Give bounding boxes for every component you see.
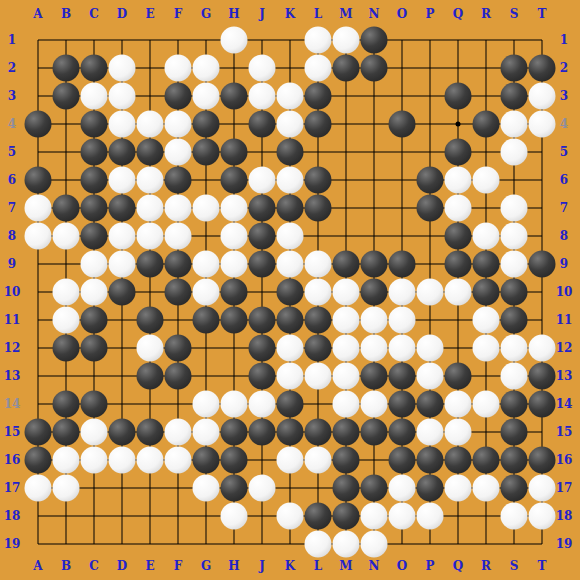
white-stone-D8[interactable] [109, 223, 136, 250]
black-stone-M18[interactable] [333, 503, 360, 530]
white-stone-K8[interactable] [277, 223, 304, 250]
coord-label-right-15: 15 [556, 426, 573, 438]
coord-label-bottom-N: N [369, 560, 380, 572]
black-stone-M15[interactable] [333, 419, 360, 446]
black-stone-N2[interactable] [361, 55, 388, 82]
white-stone-H7[interactable] [221, 195, 248, 222]
coord-label-bottom-S: S [510, 560, 519, 572]
white-stone-C16[interactable] [81, 447, 108, 474]
white-stone-M12[interactable] [333, 335, 360, 362]
white-stone-K6[interactable] [277, 167, 304, 194]
white-stone-A8[interactable] [25, 223, 52, 250]
coord-label-left-5: 5 [8, 146, 16, 158]
white-stone-N19[interactable] [361, 531, 388, 558]
black-stone-Q3[interactable] [445, 83, 472, 110]
coord-label-top-M: M [339, 8, 352, 20]
black-stone-C4[interactable] [81, 111, 108, 138]
white-stone-G9[interactable] [193, 251, 220, 278]
white-stone-R12[interactable] [473, 335, 500, 362]
black-stone-S17[interactable] [501, 475, 528, 502]
white-stone-K9[interactable] [277, 251, 304, 278]
white-stone-L1[interactable] [305, 27, 332, 54]
white-stone-S8[interactable] [501, 223, 528, 250]
white-stone-L19[interactable] [305, 531, 332, 558]
white-stone-K16[interactable] [277, 447, 304, 474]
black-stone-N17[interactable] [361, 475, 388, 502]
white-stone-F15[interactable] [165, 419, 192, 446]
coord-label-right-16: 16 [556, 454, 573, 466]
coord-label-right-3: 3 [560, 90, 568, 102]
black-stone-K14[interactable] [277, 391, 304, 418]
white-stone-B16[interactable] [53, 447, 80, 474]
black-stone-G11[interactable] [193, 307, 220, 334]
coord-label-top-P: P [425, 8, 434, 20]
white-stone-N12[interactable] [361, 335, 388, 362]
black-stone-F6[interactable] [165, 167, 192, 194]
black-stone-C8[interactable] [81, 223, 108, 250]
black-stone-T16[interactable] [529, 447, 556, 474]
black-stone-Q16[interactable] [445, 447, 472, 474]
white-stone-J3[interactable] [249, 83, 276, 110]
coord-label-bottom-J: J [259, 560, 265, 572]
white-stone-Q14[interactable] [445, 391, 472, 418]
white-stone-M14[interactable] [333, 391, 360, 418]
coord-label-left-19: 19 [4, 538, 21, 550]
white-stone-S9[interactable] [501, 251, 528, 278]
coord-label-right-8: 8 [560, 230, 568, 242]
black-stone-B2[interactable] [53, 55, 80, 82]
coord-label-left-3: 3 [8, 90, 16, 102]
black-stone-N9[interactable] [361, 251, 388, 278]
white-stone-T12[interactable] [529, 335, 556, 362]
black-stone-Q9[interactable] [445, 251, 472, 278]
coord-label-left-10: 10 [4, 286, 21, 298]
coord-label-bottom-F: F [174, 560, 183, 572]
black-stone-Q5[interactable] [445, 139, 472, 166]
white-stone-B11[interactable] [53, 307, 80, 334]
black-stone-R9[interactable] [473, 251, 500, 278]
coord-label-right-14: 14 [556, 398, 573, 410]
black-stone-Q13[interactable] [445, 363, 472, 390]
white-stone-K18[interactable] [277, 503, 304, 530]
black-stone-J4[interactable] [249, 111, 276, 138]
coord-label-top-Q: Q [453, 8, 463, 20]
black-stone-E9[interactable] [137, 251, 164, 278]
coord-label-bottom-L: L [314, 560, 322, 572]
white-stone-K4[interactable] [277, 111, 304, 138]
white-stone-R8[interactable] [473, 223, 500, 250]
coord-label-top-T: T [538, 8, 547, 20]
coord-label-right-17: 17 [556, 482, 573, 494]
black-stone-M17[interactable] [333, 475, 360, 502]
white-stone-O12[interactable] [389, 335, 416, 362]
white-stone-S4[interactable] [501, 111, 528, 138]
black-stone-B15[interactable] [53, 419, 80, 446]
black-stone-M9[interactable] [333, 251, 360, 278]
black-stone-C12[interactable] [81, 335, 108, 362]
coord-label-left-18: 18 [4, 510, 21, 522]
black-stone-J15[interactable] [249, 419, 276, 446]
black-stone-N13[interactable] [361, 363, 388, 390]
white-stone-H1[interactable] [221, 27, 248, 54]
white-stone-G3[interactable] [193, 83, 220, 110]
coord-label-top-O: O [397, 8, 407, 20]
black-stone-S11[interactable] [501, 307, 528, 334]
black-stone-S3[interactable] [501, 83, 528, 110]
black-stone-C14[interactable] [81, 391, 108, 418]
black-stone-C2[interactable] [81, 55, 108, 82]
go-board[interactable]: AABBCCDDEEFFGGHHJJKKLLMMNNOOPPQQRRSSTT11… [0, 0, 580, 580]
white-stone-A7[interactable] [25, 195, 52, 222]
white-stone-C10[interactable] [81, 279, 108, 306]
black-stone-H17[interactable] [221, 475, 248, 502]
white-stone-L2[interactable] [305, 55, 332, 82]
black-stone-S2[interactable] [501, 55, 528, 82]
black-stone-E15[interactable] [137, 419, 164, 446]
white-stone-R6[interactable] [473, 167, 500, 194]
white-stone-C3[interactable] [81, 83, 108, 110]
black-stone-E13[interactable] [137, 363, 164, 390]
black-stone-H11[interactable] [221, 307, 248, 334]
white-stone-E16[interactable] [137, 447, 164, 474]
white-stone-G2[interactable] [193, 55, 220, 82]
black-stone-Q8[interactable] [445, 223, 472, 250]
white-stone-L9[interactable] [305, 251, 332, 278]
coord-label-top-F: F [174, 8, 183, 20]
white-stone-D3[interactable] [109, 83, 136, 110]
coord-label-top-S: S [510, 8, 519, 20]
white-stone-H14[interactable] [221, 391, 248, 418]
coord-label-right-9: 9 [560, 258, 568, 270]
black-stone-J9[interactable] [249, 251, 276, 278]
black-stone-J13[interactable] [249, 363, 276, 390]
black-stone-N1[interactable] [361, 27, 388, 54]
black-stone-J7[interactable] [249, 195, 276, 222]
black-stone-G16[interactable] [193, 447, 220, 474]
black-stone-E11[interactable] [137, 307, 164, 334]
coord-label-bottom-B: B [61, 560, 71, 572]
black-stone-R10[interactable] [473, 279, 500, 306]
black-stone-D15[interactable] [109, 419, 136, 446]
coord-label-top-C: C [89, 8, 99, 20]
black-stone-B7[interactable] [53, 195, 80, 222]
coord-label-left-2: 2 [8, 62, 16, 74]
black-stone-L4[interactable] [305, 111, 332, 138]
white-stone-B10[interactable] [53, 279, 80, 306]
black-stone-P6[interactable] [417, 167, 444, 194]
black-stone-A15[interactable] [25, 419, 52, 446]
black-stone-M2[interactable] [333, 55, 360, 82]
black-stone-N10[interactable] [361, 279, 388, 306]
coord-label-top-J: J [259, 8, 265, 20]
white-stone-M11[interactable] [333, 307, 360, 334]
white-stone-M19[interactable] [333, 531, 360, 558]
coord-label-bottom-C: C [89, 560, 99, 572]
black-stone-J12[interactable] [249, 335, 276, 362]
black-stone-O4[interactable] [389, 111, 416, 138]
white-stone-Q6[interactable] [445, 167, 472, 194]
coord-label-left-7: 7 [8, 202, 16, 214]
black-stone-O14[interactable] [389, 391, 416, 418]
white-stone-T3[interactable] [529, 83, 556, 110]
black-stone-J8[interactable] [249, 223, 276, 250]
black-stone-D5[interactable] [109, 139, 136, 166]
white-stone-O18[interactable] [389, 503, 416, 530]
black-stone-K11[interactable] [277, 307, 304, 334]
white-stone-G10[interactable] [193, 279, 220, 306]
white-stone-K3[interactable] [277, 83, 304, 110]
white-stone-D9[interactable] [109, 251, 136, 278]
white-stone-J17[interactable] [249, 475, 276, 502]
black-stone-L11[interactable] [305, 307, 332, 334]
coord-label-top-N: N [369, 8, 380, 20]
black-stone-R4[interactable] [473, 111, 500, 138]
coord-label-left-8: 8 [8, 230, 16, 242]
coord-label-bottom-P: P [425, 560, 434, 572]
white-stone-E8[interactable] [137, 223, 164, 250]
black-stone-R16[interactable] [473, 447, 500, 474]
black-stone-H15[interactable] [221, 419, 248, 446]
black-stone-P16[interactable] [417, 447, 444, 474]
coord-label-bottom-R: R [481, 560, 491, 572]
white-stone-J2[interactable] [249, 55, 276, 82]
coord-label-right-5: 5 [560, 146, 568, 158]
black-stone-O9[interactable] [389, 251, 416, 278]
black-stone-G5[interactable] [193, 139, 220, 166]
white-stone-M1[interactable] [333, 27, 360, 54]
white-stone-H8[interactable] [221, 223, 248, 250]
white-stone-F5[interactable] [165, 139, 192, 166]
black-stone-L15[interactable] [305, 419, 332, 446]
white-stone-Q17[interactable] [445, 475, 472, 502]
coord-label-bottom-T: T [538, 560, 547, 572]
black-stone-L12[interactable] [305, 335, 332, 362]
white-stone-P10[interactable] [417, 279, 444, 306]
black-stone-L6[interactable] [305, 167, 332, 194]
coord-label-right-1: 1 [560, 34, 568, 46]
black-stone-P14[interactable] [417, 391, 444, 418]
black-stone-S15[interactable] [501, 419, 528, 446]
black-stone-C5[interactable] [81, 139, 108, 166]
white-stone-G14[interactable] [193, 391, 220, 418]
coord-label-bottom-E: E [145, 560, 154, 572]
coord-label-left-13: 13 [4, 370, 21, 382]
white-stone-E6[interactable] [137, 167, 164, 194]
white-stone-H9[interactable] [221, 251, 248, 278]
black-stone-L18[interactable] [305, 503, 332, 530]
coord-label-top-A: A [33, 8, 42, 20]
white-stone-D6[interactable] [109, 167, 136, 194]
white-stone-B17[interactable] [53, 475, 80, 502]
coord-label-left-9: 9 [8, 258, 16, 270]
black-stone-O16[interactable] [389, 447, 416, 474]
black-stone-T14[interactable] [529, 391, 556, 418]
black-stone-H6[interactable] [221, 167, 248, 194]
white-stone-E7[interactable] [137, 195, 164, 222]
black-stone-J11[interactable] [249, 307, 276, 334]
black-stone-H16[interactable] [221, 447, 248, 474]
coord-label-top-E: E [145, 8, 154, 20]
black-stone-P17[interactable] [417, 475, 444, 502]
white-stone-T17[interactable] [529, 475, 556, 502]
coord-label-left-1: 1 [8, 34, 16, 46]
coord-label-left-11: 11 [4, 314, 21, 326]
white-stone-T4[interactable] [529, 111, 556, 138]
black-stone-F12[interactable] [165, 335, 192, 362]
white-stone-R17[interactable] [473, 475, 500, 502]
coord-label-top-G: G [201, 8, 211, 20]
white-stone-L10[interactable] [305, 279, 332, 306]
black-stone-H10[interactable] [221, 279, 248, 306]
coord-label-left-15: 15 [4, 426, 21, 438]
black-stone-K15[interactable] [277, 419, 304, 446]
white-stone-O10[interactable] [389, 279, 416, 306]
black-stone-T9[interactable] [529, 251, 556, 278]
white-stone-S13[interactable] [501, 363, 528, 390]
white-stone-Q10[interactable] [445, 279, 472, 306]
white-stone-N18[interactable] [361, 503, 388, 530]
coord-label-top-K: K [285, 8, 295, 20]
black-stone-A6[interactable] [25, 167, 52, 194]
white-stone-Q15[interactable] [445, 419, 472, 446]
black-stone-O15[interactable] [389, 419, 416, 446]
white-stone-K13[interactable] [277, 363, 304, 390]
white-stone-F7[interactable] [165, 195, 192, 222]
black-stone-L7[interactable] [305, 195, 332, 222]
black-stone-F9[interactable] [165, 251, 192, 278]
white-stone-F8[interactable] [165, 223, 192, 250]
white-stone-P18[interactable] [417, 503, 444, 530]
black-stone-K10[interactable] [277, 279, 304, 306]
coord-label-left-4: 4 [8, 118, 16, 130]
white-stone-A17[interactable] [25, 475, 52, 502]
black-stone-H3[interactable] [221, 83, 248, 110]
white-stone-G17[interactable] [193, 475, 220, 502]
black-stone-F10[interactable] [165, 279, 192, 306]
black-stone-B3[interactable] [53, 83, 80, 110]
black-stone-S16[interactable] [501, 447, 528, 474]
black-stone-D7[interactable] [109, 195, 136, 222]
black-stone-E5[interactable] [137, 139, 164, 166]
white-stone-S5[interactable] [501, 139, 528, 166]
coord-label-left-17: 17 [4, 482, 21, 494]
coord-label-top-H: H [228, 8, 239, 20]
white-stone-R11[interactable] [473, 307, 500, 334]
black-stone-B12[interactable] [53, 335, 80, 362]
black-stone-L3[interactable] [305, 83, 332, 110]
white-stone-Q7[interactable] [445, 195, 472, 222]
coord-label-top-D: D [117, 8, 127, 20]
black-stone-C11[interactable] [81, 307, 108, 334]
black-stone-M16[interactable] [333, 447, 360, 474]
coord-label-top-R: R [481, 8, 491, 20]
coord-label-right-6: 6 [560, 174, 568, 186]
white-stone-S12[interactable] [501, 335, 528, 362]
white-stone-M10[interactable] [333, 279, 360, 306]
coord-label-right-4: 4 [560, 118, 568, 130]
coord-label-left-14: 14 [4, 398, 21, 410]
black-stone-F13[interactable] [165, 363, 192, 390]
black-stone-B14[interactable] [53, 391, 80, 418]
white-stone-L16[interactable] [305, 447, 332, 474]
white-stone-H18[interactable] [221, 503, 248, 530]
white-stone-G15[interactable] [193, 419, 220, 446]
coord-label-top-B: B [61, 8, 71, 20]
coord-label-bottom-D: D [117, 560, 127, 572]
white-stone-S7[interactable] [501, 195, 528, 222]
white-stone-L13[interactable] [305, 363, 332, 390]
coord-label-bottom-M: M [339, 560, 352, 572]
white-stone-K12[interactable] [277, 335, 304, 362]
black-stone-C6[interactable] [81, 167, 108, 194]
black-stone-N15[interactable] [361, 419, 388, 446]
coord-label-bottom-Q: Q [453, 560, 463, 572]
white-stone-O17[interactable] [389, 475, 416, 502]
coord-label-bottom-A: A [33, 560, 42, 572]
black-stone-A16[interactable] [25, 447, 52, 474]
white-stone-C15[interactable] [81, 419, 108, 446]
white-stone-C9[interactable] [81, 251, 108, 278]
white-stone-F4[interactable] [165, 111, 192, 138]
black-stone-P7[interactable] [417, 195, 444, 222]
white-stone-F2[interactable] [165, 55, 192, 82]
black-stone-F3[interactable] [165, 83, 192, 110]
coord-label-bottom-O: O [397, 560, 407, 572]
white-stone-B8[interactable] [53, 223, 80, 250]
white-stone-T18[interactable] [529, 503, 556, 530]
white-stone-P12[interactable] [417, 335, 444, 362]
black-stone-S10[interactable] [501, 279, 528, 306]
white-stone-J14[interactable] [249, 391, 276, 418]
coord-label-left-12: 12 [4, 342, 21, 354]
coord-label-right-7: 7 [560, 202, 568, 214]
white-stone-N14[interactable] [361, 391, 388, 418]
coord-label-top-L: L [314, 8, 322, 20]
coord-label-right-11: 11 [556, 314, 573, 326]
black-stone-O13[interactable] [389, 363, 416, 390]
coord-label-right-12: 12 [556, 342, 573, 354]
black-stone-G4[interactable] [193, 111, 220, 138]
black-stone-K7[interactable] [277, 195, 304, 222]
white-stone-D4[interactable] [109, 111, 136, 138]
black-stone-D10[interactable] [109, 279, 136, 306]
star-point-Q4 [456, 122, 461, 127]
white-stone-J6[interactable] [249, 167, 276, 194]
coord-label-right-10: 10 [556, 286, 573, 298]
white-stone-P13[interactable] [417, 363, 444, 390]
black-stone-C7[interactable] [81, 195, 108, 222]
white-stone-F16[interactable] [165, 447, 192, 474]
white-stone-N11[interactable] [361, 307, 388, 334]
white-stone-D2[interactable] [109, 55, 136, 82]
black-stone-H5[interactable] [221, 139, 248, 166]
black-stone-S14[interactable] [501, 391, 528, 418]
white-stone-E12[interactable] [137, 335, 164, 362]
white-stone-E4[interactable] [137, 111, 164, 138]
white-stone-P15[interactable] [417, 419, 444, 446]
white-stone-O11[interactable] [389, 307, 416, 334]
black-stone-A4[interactable] [25, 111, 52, 138]
white-stone-D16[interactable] [109, 447, 136, 474]
white-stone-M13[interactable] [333, 363, 360, 390]
black-stone-T13[interactable] [529, 363, 556, 390]
white-stone-R14[interactable] [473, 391, 500, 418]
coord-label-left-6: 6 [8, 174, 16, 186]
black-stone-K5[interactable] [277, 139, 304, 166]
white-stone-S18[interactable] [501, 503, 528, 530]
black-stone-T2[interactable] [529, 55, 556, 82]
white-stone-G7[interactable] [193, 195, 220, 222]
